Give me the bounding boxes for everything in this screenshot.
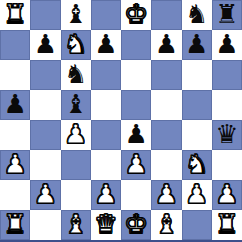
square-b8[interactable]: [30, 0, 60, 30]
square-f8[interactable]: [151, 0, 181, 30]
white-bishop: ♝: [64, 211, 87, 237]
square-c7[interactable]: ♞: [61, 30, 91, 60]
white-king: ♚: [124, 211, 147, 237]
black-queen: ♛: [215, 121, 238, 147]
square-e3[interactable]: ♟: [121, 150, 151, 180]
square-f6[interactable]: [151, 60, 181, 90]
black-pawn: ♟: [124, 121, 147, 147]
square-e2[interactable]: [121, 180, 151, 210]
square-e1[interactable]: ♚: [121, 210, 151, 240]
white-pawn: ♟: [185, 181, 208, 207]
square-b2[interactable]: ♟: [30, 180, 60, 210]
square-e7[interactable]: [121, 30, 151, 60]
square-h8[interactable]: ♜: [212, 0, 242, 30]
square-a4[interactable]: [0, 120, 30, 150]
square-d2[interactable]: ♟: [91, 180, 121, 210]
square-c3[interactable]: [61, 150, 91, 180]
square-a6[interactable]: [0, 60, 30, 90]
square-h6[interactable]: [212, 60, 242, 90]
square-e8[interactable]: ♚: [121, 0, 151, 30]
square-f2[interactable]: ♟: [151, 180, 181, 210]
square-g4[interactable]: [182, 120, 212, 150]
white-rook: ♜: [3, 211, 26, 237]
black-pawn: ♟: [3, 91, 26, 117]
square-a2[interactable]: [0, 180, 30, 210]
square-d8[interactable]: [91, 0, 121, 30]
square-a1[interactable]: ♜: [0, 210, 30, 240]
square-f7[interactable]: ♟: [151, 30, 181, 60]
square-d1[interactable]: ♛: [91, 210, 121, 240]
square-b3[interactable]: [30, 150, 60, 180]
white-pawn: ♟: [34, 181, 57, 207]
square-c1[interactable]: ♝: [61, 210, 91, 240]
white-pawn: ♟: [155, 181, 178, 207]
square-d3[interactable]: [91, 150, 121, 180]
square-a3[interactable]: ♟: [0, 150, 30, 180]
square-e4[interactable]: ♟: [121, 120, 151, 150]
black-bishop: ♝: [64, 91, 87, 117]
white-pawn: ♟: [94, 181, 117, 207]
black-pawn: ♟: [94, 31, 117, 57]
square-g7[interactable]: ♟: [182, 30, 212, 60]
square-f3[interactable]: [151, 150, 181, 180]
white-pawn: ♟: [215, 181, 238, 207]
white-pawn: ♟: [124, 151, 147, 177]
square-g3[interactable]: ♞: [182, 150, 212, 180]
square-c8[interactable]: ♝: [61, 0, 91, 30]
white-rook: ♜: [215, 211, 238, 237]
white-rook: ♜: [3, 1, 26, 27]
black-rook: ♜: [215, 1, 238, 27]
square-d7[interactable]: ♟: [91, 30, 121, 60]
chess-board-container: ♜♝♚♞♜♟♞♟♟♟♟♞♟♝♟♟♛♟♟♞♟♟♟♟♟♜♝♛♚♝♜: [0, 0, 242, 242]
square-g6[interactable]: [182, 60, 212, 90]
square-d5[interactable]: [91, 90, 121, 120]
square-h4[interactable]: ♛: [212, 120, 242, 150]
square-e6[interactable]: [121, 60, 151, 90]
black-pawn: ♟: [185, 31, 208, 57]
chess-board: ♜♝♚♞♜♟♞♟♟♟♟♞♟♝♟♟♛♟♟♞♟♟♟♟♟♜♝♛♚♝♜: [0, 0, 242, 242]
square-b6[interactable]: [30, 60, 60, 90]
white-knight: ♞: [185, 151, 208, 177]
white-pawn: ♟: [64, 121, 87, 147]
square-h3[interactable]: [212, 150, 242, 180]
square-g1[interactable]: [182, 210, 212, 240]
square-f1[interactable]: ♝: [151, 210, 181, 240]
square-f4[interactable]: [151, 120, 181, 150]
square-a7[interactable]: [0, 30, 30, 60]
square-g2[interactable]: ♟: [182, 180, 212, 210]
white-king: ♚: [124, 1, 147, 27]
square-b1[interactable]: [30, 210, 60, 240]
white-knight: ♞: [64, 31, 87, 57]
square-h1[interactable]: ♜: [212, 210, 242, 240]
black-pawn: ♟: [155, 31, 178, 57]
square-e5[interactable]: [121, 90, 151, 120]
square-h5[interactable]: [212, 90, 242, 120]
square-b5[interactable]: [30, 90, 60, 120]
white-queen: ♛: [94, 211, 117, 237]
black-bishop: ♝: [64, 1, 87, 27]
square-h7[interactable]: ♟: [212, 30, 242, 60]
black-pawn: ♟: [34, 31, 57, 57]
black-knight: ♞: [64, 61, 87, 87]
square-b4[interactable]: [30, 120, 60, 150]
square-c6[interactable]: ♞: [61, 60, 91, 90]
square-f5[interactable]: [151, 90, 181, 120]
square-a5[interactable]: ♟: [0, 90, 30, 120]
white-bishop: ♝: [155, 211, 178, 237]
square-b7[interactable]: ♟: [30, 30, 60, 60]
square-c4[interactable]: ♟: [61, 120, 91, 150]
square-h2[interactable]: ♟: [212, 180, 242, 210]
square-a8[interactable]: ♜: [0, 0, 30, 30]
square-d6[interactable]: [91, 60, 121, 90]
black-pawn: ♟: [215, 31, 238, 57]
square-c5[interactable]: ♝: [61, 90, 91, 120]
square-g8[interactable]: ♞: [182, 0, 212, 30]
square-c2[interactable]: [61, 180, 91, 210]
black-knight: ♞: [185, 1, 208, 27]
white-pawn: ♟: [3, 151, 26, 177]
square-d4[interactable]: [91, 120, 121, 150]
square-g5[interactable]: [182, 90, 212, 120]
